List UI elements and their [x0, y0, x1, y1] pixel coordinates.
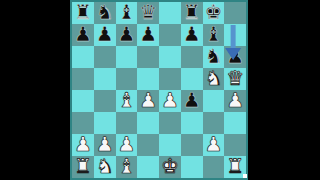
square-h4[interactable]: ♟ — [224, 90, 246, 112]
square-g6[interactable]: ♞ — [203, 46, 225, 68]
square-a2[interactable]: ♟ — [72, 134, 94, 156]
square-h7[interactable] — [224, 24, 246, 46]
square-e4[interactable]: ♟ — [159, 90, 181, 112]
black-rook: ♜ — [74, 2, 92, 22]
square-g2[interactable]: ♟ — [203, 134, 225, 156]
chess-board-frame: ♜♞♝♛♜♚♟♟♟♟♟♝♞♟♞♛♝♟♟♟♟♟♟♟♟♜♞♝♚♜ — [70, 0, 248, 180]
square-g1[interactable] — [203, 156, 225, 178]
white-pawn: ♟ — [204, 134, 222, 154]
square-c6[interactable] — [116, 46, 138, 68]
square-g3[interactable] — [203, 112, 225, 134]
square-d2[interactable] — [137, 134, 159, 156]
square-d4[interactable]: ♟ — [137, 90, 159, 112]
white-rook: ♜ — [226, 156, 244, 176]
white-pawn: ♟ — [96, 134, 114, 154]
square-a7[interactable]: ♟ — [72, 24, 94, 46]
white-pawn: ♟ — [74, 134, 92, 154]
black-king: ♚ — [204, 2, 222, 22]
black-bishop: ♝ — [204, 24, 222, 44]
square-c5[interactable] — [116, 68, 138, 90]
square-h6[interactable]: ♟ — [224, 46, 246, 68]
black-rook: ♜ — [183, 2, 201, 22]
square-b7[interactable]: ♟ — [94, 24, 116, 46]
white-bishop: ♝ — [117, 156, 135, 176]
square-c2[interactable]: ♟ — [116, 134, 138, 156]
square-f3[interactable] — [181, 112, 203, 134]
white-knight: ♞ — [96, 156, 114, 176]
square-g8[interactable]: ♚ — [203, 2, 225, 24]
square-e8[interactable] — [159, 2, 181, 24]
square-b5[interactable] — [94, 68, 116, 90]
square-c8[interactable]: ♝ — [116, 2, 138, 24]
black-knight: ♞ — [96, 2, 114, 22]
square-e6[interactable] — [159, 46, 181, 68]
square-a1[interactable]: ♜ — [72, 156, 94, 178]
square-b4[interactable] — [94, 90, 116, 112]
black-knight: ♞ — [204, 46, 222, 66]
square-e5[interactable] — [159, 68, 181, 90]
square-h5[interactable]: ♛ — [224, 68, 246, 90]
square-e3[interactable] — [159, 112, 181, 134]
square-g7[interactable]: ♝ — [203, 24, 225, 46]
square-a8[interactable]: ♜ — [72, 2, 94, 24]
square-f2[interactable] — [181, 134, 203, 156]
square-f8[interactable]: ♜ — [181, 2, 203, 24]
square-h3[interactable] — [224, 112, 246, 134]
corner-dot — [243, 174, 247, 178]
white-pawn: ♟ — [161, 90, 179, 110]
square-f7[interactable]: ♟ — [181, 24, 203, 46]
square-g4[interactable] — [203, 90, 225, 112]
white-pawn: ♟ — [226, 90, 244, 110]
chess-board: ♜♞♝♛♜♚♟♟♟♟♟♝♞♟♞♛♝♟♟♟♟♟♟♟♟♜♞♝♚♜ — [72, 2, 246, 178]
black-queen: ♛ — [139, 2, 157, 22]
square-c3[interactable] — [116, 112, 138, 134]
white-pawn: ♟ — [117, 134, 135, 154]
square-b6[interactable] — [94, 46, 116, 68]
square-e2[interactable] — [159, 134, 181, 156]
square-d7[interactable]: ♟ — [137, 24, 159, 46]
square-d1[interactable] — [137, 156, 159, 178]
black-pawn: ♟ — [226, 46, 244, 66]
black-bishop: ♝ — [117, 2, 135, 22]
square-e1[interactable]: ♚ — [159, 156, 181, 178]
square-f1[interactable] — [181, 156, 203, 178]
square-d8[interactable]: ♛ — [137, 2, 159, 24]
black-pawn: ♟ — [117, 24, 135, 44]
letterboxed-stage: ♜♞♝♛♜♚♟♟♟♟♟♝♞♟♞♛♝♟♟♟♟♟♟♟♟♜♞♝♚♜ — [0, 0, 320, 180]
square-c7[interactable]: ♟ — [116, 24, 138, 46]
square-b8[interactable]: ♞ — [94, 2, 116, 24]
white-rook: ♜ — [74, 156, 92, 176]
square-h2[interactable] — [224, 134, 246, 156]
square-a4[interactable] — [72, 90, 94, 112]
square-h8[interactable] — [224, 2, 246, 24]
black-pawn: ♟ — [74, 24, 92, 44]
square-g5[interactable]: ♞ — [203, 68, 225, 90]
white-bishop: ♝ — [117, 90, 135, 110]
square-d5[interactable] — [137, 68, 159, 90]
white-pawn: ♟ — [139, 90, 157, 110]
white-knight: ♞ — [204, 68, 222, 88]
square-d3[interactable] — [137, 112, 159, 134]
square-f5[interactable] — [181, 68, 203, 90]
square-a6[interactable] — [72, 46, 94, 68]
square-a3[interactable] — [72, 112, 94, 134]
square-b2[interactable]: ♟ — [94, 134, 116, 156]
black-pawn: ♟ — [96, 24, 114, 44]
square-f4[interactable]: ♟ — [181, 90, 203, 112]
square-f6[interactable] — [181, 46, 203, 68]
square-b3[interactable] — [94, 112, 116, 134]
white-queen: ♛ — [226, 68, 244, 88]
square-e7[interactable] — [159, 24, 181, 46]
black-pawn: ♟ — [183, 90, 201, 110]
square-c4[interactable]: ♝ — [116, 90, 138, 112]
square-d6[interactable] — [137, 46, 159, 68]
square-b1[interactable]: ♞ — [94, 156, 116, 178]
square-a5[interactable] — [72, 68, 94, 90]
black-pawn: ♟ — [183, 24, 201, 44]
white-king: ♚ — [161, 156, 179, 176]
square-c1[interactable]: ♝ — [116, 156, 138, 178]
black-pawn: ♟ — [139, 24, 157, 44]
